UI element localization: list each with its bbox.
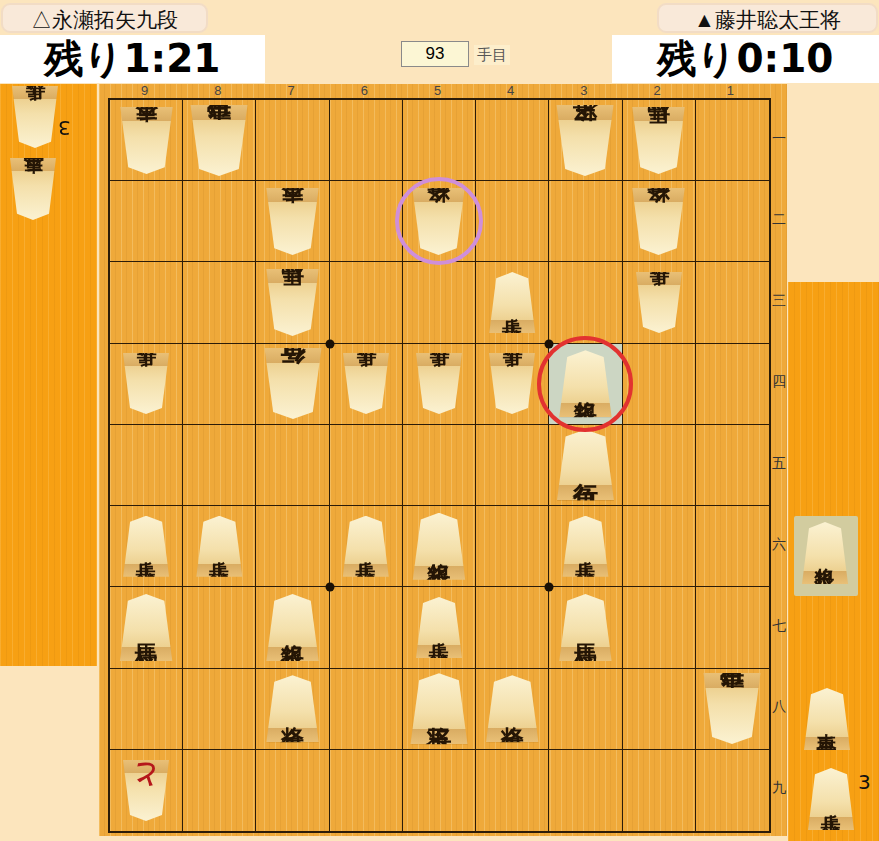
file-label-9: 9	[125, 83, 165, 98]
square-4二[interactable]	[476, 181, 549, 262]
piece-gote-pawn[interactable]: 歩兵	[10, 86, 60, 148]
square-8九[interactable]	[183, 750, 256, 831]
square-2七[interactable]	[623, 587, 696, 668]
square-5二[interactable]: 金将	[403, 181, 476, 262]
square-1九[interactable]	[696, 750, 769, 831]
piece-sente-bishop[interactable]: 角行	[554, 429, 616, 500]
piece-sente-pawn[interactable]: 歩兵	[341, 516, 391, 577]
square-5五[interactable]	[403, 425, 476, 506]
square-7九[interactable]	[256, 750, 329, 831]
piece-gote-lance[interactable]: 香車	[118, 107, 175, 174]
square-6二[interactable]	[330, 181, 403, 262]
square-6七[interactable]	[330, 587, 403, 668]
square-5一[interactable]	[403, 100, 476, 181]
rank-label-2: 二	[771, 211, 787, 229]
square-4一[interactable]	[476, 100, 549, 181]
square-4五[interactable]	[476, 425, 549, 506]
square-8二[interactable]	[183, 181, 256, 262]
piece-gote-bishop[interactable]: 角行	[262, 348, 324, 419]
rank-label-5: 五	[771, 455, 787, 473]
square-6六[interactable]: 歩兵	[330, 506, 403, 587]
piece-sente-silver[interactable]: 銀将	[264, 594, 321, 661]
square-1三[interactable]	[696, 262, 769, 343]
piece-kanji: と	[133, 776, 160, 805]
piece-gote-gold[interactable]: 金将	[410, 188, 467, 255]
piece-gote-pawn[interactable]: 歩兵	[414, 353, 464, 414]
piece-sente-pawn[interactable]: 歩兵	[194, 516, 244, 577]
square-2一[interactable]: 桂馬	[623, 100, 696, 181]
hand-slot-lance: 香車	[802, 688, 852, 750]
file-label-8: 8	[198, 83, 238, 98]
square-2六[interactable]	[623, 506, 696, 587]
square-7六[interactable]	[256, 506, 329, 587]
square-8四[interactable]	[183, 344, 256, 425]
file-label-4: 4	[491, 83, 531, 98]
square-7七[interactable]: 銀将	[256, 587, 329, 668]
rank-label-3: 三	[771, 292, 787, 310]
gote-captured-tray: 歩兵3香車	[0, 84, 97, 666]
square-8八[interactable]	[183, 669, 256, 750]
square-5六[interactable]: 銀将	[403, 506, 476, 587]
square-9八[interactable]	[110, 669, 183, 750]
square-8一[interactable]: 飛車	[183, 100, 256, 181]
square-7五[interactable]	[256, 425, 329, 506]
square-6五[interactable]	[330, 425, 403, 506]
square-9九[interactable]: と	[110, 750, 183, 831]
square-7二[interactable]: 香車	[256, 181, 329, 262]
square-9七[interactable]: 桂馬	[110, 587, 183, 668]
square-5七[interactable]: 歩兵	[403, 587, 476, 668]
move-number-unit-label: 手目	[474, 45, 510, 65]
shogi-broadcast-screen: △永瀬拓矢九段 ▲藤井聡太王将 残り1:21 残り0:10 93 手目 歩兵3香…	[0, 0, 879, 841]
square-4七[interactable]	[476, 587, 549, 668]
rank-label-6: 六	[771, 536, 787, 554]
piece-sente-pawn[interactable]: 歩兵	[414, 597, 464, 658]
square-1二[interactable]	[696, 181, 769, 262]
piece-sente-pawn[interactable]: 歩兵	[121, 516, 171, 577]
piece-gote-pawn[interactable]: 歩兵	[634, 272, 684, 333]
sente-clock: 残り0:10	[612, 35, 879, 83]
sente-captured-tray: 銀将香車歩兵3	[788, 282, 879, 841]
square-9四[interactable]: 歩兵	[110, 344, 183, 425]
piece-sente-silver[interactable]: 銀将	[557, 350, 614, 417]
file-label-5: 5	[418, 83, 458, 98]
square-1八[interactable]: 飛車	[696, 669, 769, 750]
file-labels: 987654321	[108, 83, 767, 97]
square-3二[interactable]	[549, 181, 622, 262]
piece-sente-pawn[interactable]: 歩兵	[806, 768, 856, 830]
hand-slot-pawn: 歩兵3	[10, 86, 60, 148]
square-6一[interactable]	[330, 100, 403, 181]
square-1七[interactable]	[696, 587, 769, 668]
square-6三[interactable]	[330, 262, 403, 343]
square-9五[interactable]	[110, 425, 183, 506]
hand-piece-count: 3	[858, 770, 871, 794]
square-8三[interactable]	[183, 262, 256, 343]
square-5八[interactable]: 玉将	[403, 669, 476, 750]
file-label-3: 3	[564, 83, 604, 98]
square-1四[interactable]	[696, 344, 769, 425]
square-1五[interactable]	[696, 425, 769, 506]
square-3一[interactable]: 王将	[549, 100, 622, 181]
piece-sente-knight[interactable]: 桂馬	[118, 594, 175, 661]
square-9六[interactable]: 歩兵	[110, 506, 183, 587]
square-2九[interactable]	[623, 750, 696, 831]
square-1六[interactable]	[696, 506, 769, 587]
piece-sente-gold[interactable]: 金将	[264, 675, 321, 742]
piece-sente-pawn[interactable]: 歩兵	[560, 516, 610, 577]
piece-gote-gold[interactable]: 金将	[630, 188, 687, 255]
piece-gote-lance[interactable]: 香車	[264, 188, 321, 255]
square-4八[interactable]: 金将	[476, 669, 549, 750]
rank-label-4: 四	[771, 373, 787, 391]
square-3六[interactable]: 歩兵	[549, 506, 622, 587]
shogi-board-grid: 香車飛車王将桂馬香車金将金将桂馬歩兵歩兵歩兵角行歩兵歩兵歩兵銀将角行歩兵歩兵歩兵…	[108, 98, 771, 833]
piece-sente-gold[interactable]: 金将	[484, 675, 541, 742]
piece-gote-tokin[interactable]: と	[121, 760, 171, 821]
square-6四[interactable]: 歩兵	[330, 344, 403, 425]
square-8七[interactable]	[183, 587, 256, 668]
rank-labels: 一二三四五六七八九	[771, 98, 787, 829]
file-label-2: 2	[637, 83, 677, 98]
square-9一[interactable]: 香車	[110, 100, 183, 181]
rank-label-1: 一	[771, 130, 787, 148]
square-3五[interactable]: 角行	[549, 425, 622, 506]
square-3四[interactable]: 銀将	[549, 344, 622, 425]
piece-gote-knight[interactable]: 桂馬	[264, 269, 321, 336]
square-4四[interactable]: 歩兵	[476, 344, 549, 425]
square-5四[interactable]: 歩兵	[403, 344, 476, 425]
hand-slot-pawn: 歩兵3	[806, 768, 856, 830]
file-label-1: 1	[710, 83, 750, 98]
move-number-input[interactable]: 93	[401, 41, 469, 67]
piece-sente-knight[interactable]: 桂馬	[557, 594, 614, 661]
square-4六[interactable]	[476, 506, 549, 587]
square-4九[interactable]	[476, 750, 549, 831]
gote-player-label: △永瀬拓矢九段	[1, 3, 208, 33]
square-3七[interactable]: 桂馬	[549, 587, 622, 668]
gote-clock: 残り1:21	[0, 35, 265, 83]
sente-player-label: ▲藤井聡太王将	[657, 3, 878, 33]
square-2二[interactable]: 金将	[623, 181, 696, 262]
square-1一[interactable]	[696, 100, 769, 181]
square-6九[interactable]	[330, 750, 403, 831]
piece-gote-rook[interactable]: 飛車	[188, 105, 250, 176]
square-9三[interactable]	[110, 262, 183, 343]
shogi-board-panel: 987654321 一二三四五六七八九 香車飛車王将桂馬香車金将金将桂馬歩兵歩兵…	[99, 84, 787, 836]
square-3九[interactable]	[549, 750, 622, 831]
piece-gote-rook[interactable]: 飛車	[701, 673, 763, 744]
hand-piece-count: 3	[58, 116, 71, 140]
piece-gote-pawn[interactable]: 歩兵	[341, 353, 391, 414]
rank-label-7: 七	[771, 617, 787, 635]
rank-label-8: 八	[771, 698, 787, 716]
file-label-7: 7	[271, 83, 311, 98]
square-5三[interactable]	[403, 262, 476, 343]
piece-sente-king[interactable]: 玉将	[408, 673, 470, 744]
piece-gote-pawn[interactable]: 歩兵	[121, 353, 171, 414]
square-7一[interactable]	[256, 100, 329, 181]
square-8五[interactable]	[183, 425, 256, 506]
square-2八[interactable]	[623, 669, 696, 750]
square-3八[interactable]	[549, 669, 622, 750]
square-3三[interactable]	[549, 262, 622, 343]
piece-sente-pawn[interactable]: 歩兵	[487, 272, 537, 333]
rank-label-9: 九	[771, 779, 787, 797]
piece-sente-lance[interactable]: 香車	[802, 688, 852, 750]
piece-gote-lance[interactable]: 香車	[8, 158, 58, 220]
square-5九[interactable]	[403, 750, 476, 831]
square-2五[interactable]	[623, 425, 696, 506]
square-2三[interactable]: 歩兵	[623, 262, 696, 343]
piece-gote-king[interactable]: 王将	[554, 105, 616, 176]
hand-slot-lance: 香車	[8, 158, 58, 220]
square-7三[interactable]: 桂馬	[256, 262, 329, 343]
piece-gote-knight[interactable]: 桂馬	[630, 107, 687, 174]
piece-sente-silver[interactable]: 銀将	[410, 513, 467, 580]
square-2四[interactable]	[623, 344, 696, 425]
square-8六[interactable]: 歩兵	[183, 506, 256, 587]
square-6八[interactable]	[330, 669, 403, 750]
square-7八[interactable]: 金将	[256, 669, 329, 750]
file-label-6: 6	[344, 83, 384, 98]
piece-gote-pawn[interactable]: 歩兵	[487, 353, 537, 414]
square-4三[interactable]: 歩兵	[476, 262, 549, 343]
square-9二[interactable]	[110, 181, 183, 262]
square-7四[interactable]: 角行	[256, 344, 329, 425]
